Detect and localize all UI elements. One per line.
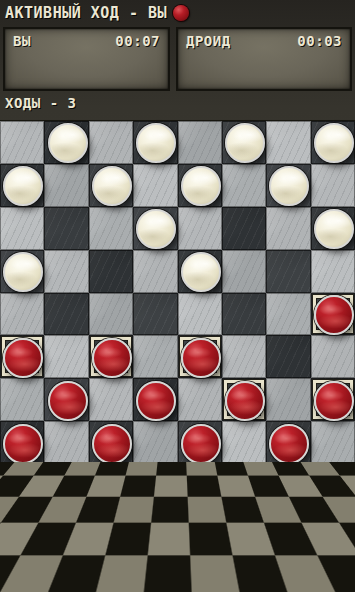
square-e7[interactable] xyxy=(178,164,222,207)
square-d7[interactable] xyxy=(133,164,177,207)
square-g2[interactable] xyxy=(266,378,310,421)
square-d4[interactable] xyxy=(133,293,177,336)
square-h3[interactable] xyxy=(311,335,355,378)
square-d6[interactable] xyxy=(133,207,177,250)
square-h2[interactable] xyxy=(311,378,355,421)
square-d1[interactable] xyxy=(133,421,177,464)
square-e4[interactable] xyxy=(178,293,222,336)
undo-button[interactable] xyxy=(276,477,328,519)
square-d5[interactable] xyxy=(133,250,177,293)
moves-counter: ХОДЫ - 3 xyxy=(5,95,76,111)
square-e3[interactable] xyxy=(178,335,222,378)
square-a3[interactable] xyxy=(0,335,44,378)
red-piece[interactable] xyxy=(314,381,354,421)
settings-button[interactable] xyxy=(146,479,200,515)
red-piece[interactable] xyxy=(3,424,43,464)
square-b8[interactable] xyxy=(44,121,88,164)
white-piece[interactable] xyxy=(225,123,265,163)
square-g8[interactable] xyxy=(266,121,310,164)
square-g7[interactable] xyxy=(266,164,310,207)
square-e8[interactable] xyxy=(178,121,222,164)
player-panels: ВЫ 00:07 ДРОИД 00:03 xyxy=(0,27,355,93)
player-time-you: 00:07 xyxy=(115,33,160,49)
square-a5[interactable] xyxy=(0,250,44,293)
square-g4[interactable] xyxy=(266,293,310,336)
white-piece[interactable] xyxy=(314,123,354,163)
square-c3[interactable] xyxy=(89,335,133,378)
player-name-droid: ДРОИД xyxy=(186,33,231,49)
square-e2[interactable] xyxy=(178,378,222,421)
checkers-board xyxy=(0,120,355,464)
square-h8[interactable] xyxy=(311,121,355,164)
titlebar: АКТИВНЫЙ ХОД - ВЫ xyxy=(5,2,189,24)
square-g5[interactable] xyxy=(266,250,310,293)
white-piece[interactable] xyxy=(269,166,309,206)
square-f1[interactable] xyxy=(222,421,266,464)
player-panel-you: ВЫ 00:07 xyxy=(3,27,170,91)
white-piece[interactable] xyxy=(92,166,132,206)
square-b1[interactable] xyxy=(44,421,88,464)
red-piece[interactable] xyxy=(3,338,43,378)
square-b2[interactable] xyxy=(44,378,88,421)
square-h1[interactable] xyxy=(311,421,355,464)
square-f4[interactable] xyxy=(222,293,266,336)
player-time-droid: 00:03 xyxy=(297,33,342,49)
sliders-icon xyxy=(144,476,202,512)
white-piece[interactable] xyxy=(181,252,221,292)
square-f6[interactable] xyxy=(222,207,266,250)
square-c1[interactable] xyxy=(89,421,133,464)
square-a4[interactable] xyxy=(0,293,44,336)
square-b4[interactable] xyxy=(44,293,88,336)
menu-button[interactable] xyxy=(25,484,67,514)
white-piece[interactable] xyxy=(181,166,221,206)
square-b6[interactable] xyxy=(44,207,88,250)
square-a2[interactable] xyxy=(0,378,44,421)
square-b3[interactable] xyxy=(44,335,88,378)
red-piece[interactable] xyxy=(269,424,309,464)
square-a8[interactable] xyxy=(0,121,44,164)
red-piece[interactable] xyxy=(181,338,221,378)
square-e6[interactable] xyxy=(178,207,222,250)
square-a7[interactable] xyxy=(0,164,44,207)
square-g3[interactable] xyxy=(266,335,310,378)
white-piece[interactable] xyxy=(136,123,176,163)
square-d8[interactable] xyxy=(133,121,177,164)
square-d2[interactable] xyxy=(133,378,177,421)
square-h5[interactable] xyxy=(311,250,355,293)
player-panel-droid: ДРОИД 00:03 xyxy=(176,27,352,91)
square-c7[interactable] xyxy=(89,164,133,207)
square-h6[interactable] xyxy=(311,207,355,250)
white-piece[interactable] xyxy=(48,123,88,163)
piece-reflection xyxy=(92,462,130,480)
red-piece[interactable] xyxy=(92,424,132,464)
square-e1[interactable] xyxy=(178,421,222,464)
white-piece[interactable] xyxy=(314,209,354,249)
active-turn-label: АКТИВНЫЙ ХОД - ВЫ xyxy=(5,4,167,22)
square-h4[interactable] xyxy=(311,293,355,336)
red-piece[interactable] xyxy=(136,381,176,421)
red-piece[interactable] xyxy=(225,381,265,421)
square-f5[interactable] xyxy=(222,250,266,293)
square-e5[interactable] xyxy=(178,250,222,293)
square-b7[interactable] xyxy=(44,164,88,207)
square-g6[interactable] xyxy=(266,207,310,250)
square-g1[interactable] xyxy=(266,421,310,464)
undo-arrow-icon xyxy=(274,474,328,519)
square-c2[interactable] xyxy=(89,378,133,421)
square-c6[interactable] xyxy=(89,207,133,250)
piece-reflection xyxy=(3,462,41,480)
square-h7[interactable] xyxy=(311,164,355,207)
red-piece[interactable] xyxy=(48,381,88,421)
square-a1[interactable] xyxy=(0,421,44,464)
white-piece[interactable] xyxy=(3,166,43,206)
menu-icon xyxy=(20,483,70,520)
square-f2[interactable] xyxy=(222,378,266,421)
red-piece[interactable] xyxy=(314,295,354,335)
square-f7[interactable] xyxy=(222,164,266,207)
app-screen: АКТИВНЫЙ ХОД - ВЫ ВЫ 00:07 ДРОИД 00:03 Х… xyxy=(0,0,355,592)
square-c4[interactable] xyxy=(89,293,133,336)
square-c8[interactable] xyxy=(89,121,133,164)
square-a6[interactable] xyxy=(0,207,44,250)
white-piece[interactable] xyxy=(136,209,176,249)
square-f3[interactable] xyxy=(222,335,266,378)
red-checker-icon xyxy=(173,5,189,21)
white-piece[interactable] xyxy=(3,252,43,292)
player-name-you: ВЫ xyxy=(13,33,31,49)
square-b5[interactable] xyxy=(44,250,88,293)
square-f8[interactable] xyxy=(222,121,266,164)
red-piece[interactable] xyxy=(92,338,132,378)
square-c5[interactable] xyxy=(89,250,133,293)
red-piece[interactable] xyxy=(181,424,221,464)
square-d3[interactable] xyxy=(133,335,177,378)
